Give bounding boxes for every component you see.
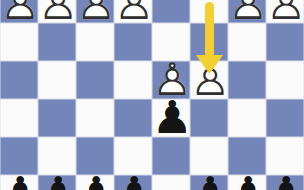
white-pawn: ♟♙ xyxy=(228,0,266,23)
square-h2[interactable]: ♟♙ xyxy=(0,0,38,23)
square-b4[interactable] xyxy=(228,61,266,99)
square-b2[interactable]: ♟♙ xyxy=(228,0,266,23)
square-f3[interactable] xyxy=(76,23,114,61)
square-h7[interactable]: ♟♙ xyxy=(0,175,38,190)
square-d4[interactable]: ♟♙ xyxy=(152,61,190,99)
square-f5[interactable] xyxy=(76,99,114,137)
square-b5[interactable] xyxy=(228,99,266,137)
square-a3[interactable] xyxy=(266,23,304,61)
square-d6[interactable] xyxy=(152,137,190,175)
square-c6[interactable] xyxy=(190,137,228,175)
white-pawn: ♟♙ xyxy=(76,0,114,23)
square-e2[interactable]: ♟♙ xyxy=(114,0,152,23)
square-c5[interactable] xyxy=(190,99,228,137)
square-f6[interactable] xyxy=(76,137,114,175)
square-e7[interactable]: ♟♙ xyxy=(114,175,152,190)
square-c7[interactable]: ♟♙ xyxy=(190,175,228,190)
white-pawn: ♟♙ xyxy=(0,0,38,23)
square-g2[interactable]: ♟♙ xyxy=(38,0,76,23)
square-b3[interactable] xyxy=(228,23,266,61)
square-e4[interactable] xyxy=(114,61,152,99)
square-c3[interactable] xyxy=(190,23,228,61)
square-g3[interactable] xyxy=(38,23,76,61)
square-h6[interactable] xyxy=(0,137,38,175)
square-g4[interactable] xyxy=(38,61,76,99)
square-d7[interactable] xyxy=(152,175,190,190)
black-pawn: ♟♙ xyxy=(266,175,304,190)
square-b6[interactable] xyxy=(228,137,266,175)
black-pawn: ♟♙ xyxy=(76,175,114,190)
square-b7[interactable]: ♟♙ xyxy=(228,175,266,190)
square-d5[interactable]: ♟♙ xyxy=(152,99,190,137)
white-pawn: ♟♙ xyxy=(38,0,76,23)
square-e3[interactable] xyxy=(114,23,152,61)
white-pawn: ♟♙ xyxy=(190,61,228,99)
square-g5[interactable] xyxy=(38,99,76,137)
square-h4[interactable] xyxy=(0,61,38,99)
white-pawn: ♟♙ xyxy=(266,0,304,23)
chess-board-viewport: ♟♙♟♙♟♙♟♙♟♙♟♙♟♙♟♙♟♙♟♙♟♙♟♙♟♙♟♙♟♙♟♙ xyxy=(0,0,304,190)
chess-board: ♟♙♟♙♟♙♟♙♟♙♟♙♟♙♟♙♟♙♟♙♟♙♟♙♟♙♟♙♟♙♟♙ xyxy=(0,0,304,190)
white-pawn: ♟♙ xyxy=(152,61,190,99)
square-c4[interactable]: ♟♙ xyxy=(190,61,228,99)
square-c2[interactable] xyxy=(190,0,228,23)
square-e5[interactable] xyxy=(114,99,152,137)
square-a4[interactable] xyxy=(266,61,304,99)
square-d3[interactable] xyxy=(152,23,190,61)
square-a7[interactable]: ♟♙ xyxy=(266,175,304,190)
white-pawn: ♟♙ xyxy=(114,0,152,23)
square-e6[interactable] xyxy=(114,137,152,175)
square-f7[interactable]: ♟♙ xyxy=(76,175,114,190)
black-pawn: ♟♙ xyxy=(190,175,228,190)
square-f4[interactable] xyxy=(76,61,114,99)
square-a6[interactable] xyxy=(266,137,304,175)
square-a5[interactable] xyxy=(266,99,304,137)
black-pawn: ♟♙ xyxy=(38,175,76,190)
square-d2[interactable] xyxy=(152,0,190,23)
black-pawn: ♟♙ xyxy=(0,175,38,190)
black-pawn: ♟♙ xyxy=(114,175,152,190)
black-pawn: ♟♙ xyxy=(152,99,190,137)
black-pawn: ♟♙ xyxy=(228,175,266,190)
square-h5[interactable] xyxy=(0,99,38,137)
square-f2[interactable]: ♟♙ xyxy=(76,0,114,23)
square-a2[interactable]: ♟♙ xyxy=(266,0,304,23)
square-g6[interactable] xyxy=(38,137,76,175)
square-h3[interactable] xyxy=(0,23,38,61)
square-g7[interactable]: ♟♙ xyxy=(38,175,76,190)
